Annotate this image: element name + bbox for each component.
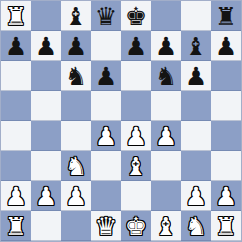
square-e5[interactable]	[121, 91, 151, 121]
square-a1[interactable]: ♜	[1, 211, 31, 241]
piece-white-bishop: ♝	[125, 154, 147, 179]
square-c1[interactable]	[61, 211, 91, 241]
square-e1[interactable]: ♚	[121, 211, 151, 241]
piece-white-knight: ♞	[65, 154, 87, 179]
square-c7[interactable]: ♟	[61, 31, 91, 61]
square-a5[interactable]	[1, 91, 31, 121]
piece-black-pawn: ♟	[185, 64, 207, 89]
piece-white-pawn: ♟	[5, 184, 27, 209]
square-e2[interactable]	[121, 181, 151, 211]
square-f5[interactable]	[151, 91, 181, 121]
square-b5[interactable]	[31, 91, 61, 121]
piece-white-rook: ♜	[215, 214, 237, 239]
square-b8[interactable]	[31, 1, 61, 31]
square-g7[interactable]: ♝	[181, 31, 211, 61]
piece-black-bishop: ♝	[185, 34, 207, 59]
piece-black-knight: ♞	[65, 64, 87, 89]
square-h8[interactable]: ♜	[211, 1, 241, 31]
square-b2[interactable]: ♟	[31, 181, 61, 211]
square-f2[interactable]	[151, 181, 181, 211]
square-g6[interactable]: ♟	[181, 61, 211, 91]
square-c2[interactable]: ♟	[61, 181, 91, 211]
square-b1[interactable]	[31, 211, 61, 241]
square-d7[interactable]	[91, 31, 121, 61]
square-g3[interactable]	[181, 151, 211, 181]
piece-black-pawn: ♟	[5, 34, 27, 59]
piece-white-pawn: ♟	[155, 124, 177, 149]
piece-black-pawn: ♟	[215, 34, 237, 59]
piece-black-king: ♚	[125, 4, 147, 29]
square-h5[interactable]	[211, 91, 241, 121]
square-d6[interactable]: ♟	[91, 61, 121, 91]
square-b4[interactable]	[31, 121, 61, 151]
square-g8[interactable]	[181, 1, 211, 31]
square-h7[interactable]: ♟	[211, 31, 241, 61]
square-e7[interactable]: ♟	[121, 31, 151, 61]
piece-black-pawn: ♟	[95, 64, 117, 89]
piece-black-pawn: ♟	[125, 34, 147, 59]
square-b6[interactable]	[31, 61, 61, 91]
chess-board: ♜♝♛♚♜♟♟♟♟♟♝♟♞♟♞♟♟♟♟♞♝♟♟♟♟♟♜♛♚♝♞♜	[0, 0, 242, 242]
square-f3[interactable]	[151, 151, 181, 181]
piece-white-pawn: ♟	[65, 184, 87, 209]
square-f8[interactable]	[151, 1, 181, 31]
square-a2[interactable]: ♟	[1, 181, 31, 211]
piece-white-queen: ♛	[95, 214, 117, 239]
piece-white-pawn: ♟	[95, 124, 117, 149]
square-a4[interactable]	[1, 121, 31, 151]
piece-white-pawn: ♟	[215, 184, 237, 209]
square-h1[interactable]: ♜	[211, 211, 241, 241]
square-d4[interactable]: ♟	[91, 121, 121, 151]
square-e3[interactable]: ♝	[121, 151, 151, 181]
square-d2[interactable]	[91, 181, 121, 211]
square-c8[interactable]: ♝	[61, 1, 91, 31]
square-c4[interactable]	[61, 121, 91, 151]
square-g4[interactable]	[181, 121, 211, 151]
square-b7[interactable]: ♟	[31, 31, 61, 61]
square-d1[interactable]: ♛	[91, 211, 121, 241]
piece-white-rook: ♜	[5, 214, 27, 239]
square-e4[interactable]: ♟	[121, 121, 151, 151]
square-d5[interactable]	[91, 91, 121, 121]
square-a3[interactable]	[1, 151, 31, 181]
piece-white-king: ♚	[125, 214, 147, 239]
piece-black-rook: ♜	[215, 4, 237, 29]
square-f1[interactable]: ♝	[151, 211, 181, 241]
chess-board-wrap: ♜♝♛♚♜♟♟♟♟♟♝♟♞♟♞♟♟♟♟♞♝♟♟♟♟♟♜♛♚♝♞♜	[0, 0, 242, 242]
square-c6[interactable]: ♞	[61, 61, 91, 91]
square-d8[interactable]: ♛	[91, 1, 121, 31]
square-a8[interactable]: ♜	[1, 1, 31, 31]
square-c5[interactable]	[61, 91, 91, 121]
square-e6[interactable]	[121, 61, 151, 91]
square-h2[interactable]: ♟	[211, 181, 241, 211]
square-h6[interactable]	[211, 61, 241, 91]
square-a6[interactable]	[1, 61, 31, 91]
square-a7[interactable]: ♟	[1, 31, 31, 61]
piece-white-knight: ♞	[185, 214, 207, 239]
square-g1[interactable]: ♞	[181, 211, 211, 241]
piece-white-pawn: ♟	[185, 184, 207, 209]
piece-white-rook: ♜	[5, 4, 27, 29]
square-h3[interactable]	[211, 151, 241, 181]
piece-white-pawn: ♟	[35, 184, 57, 209]
square-f6[interactable]: ♞	[151, 61, 181, 91]
piece-black-knight: ♞	[155, 64, 177, 89]
piece-black-pawn: ♟	[155, 34, 177, 59]
square-e8[interactable]: ♚	[121, 1, 151, 31]
square-d3[interactable]	[91, 151, 121, 181]
piece-black-pawn: ♟	[35, 34, 57, 59]
piece-white-bishop: ♝	[155, 214, 177, 239]
square-b3[interactable]	[31, 151, 61, 181]
piece-black-queen: ♛	[95, 4, 117, 29]
piece-black-bishop: ♝	[65, 4, 87, 29]
piece-black-pawn: ♟	[65, 34, 87, 59]
square-h4[interactable]	[211, 121, 241, 151]
square-f7[interactable]: ♟	[151, 31, 181, 61]
square-c3[interactable]: ♞	[61, 151, 91, 181]
square-g2[interactable]: ♟	[181, 181, 211, 211]
square-f4[interactable]: ♟	[151, 121, 181, 151]
square-g5[interactable]	[181, 91, 211, 121]
piece-white-pawn: ♟	[125, 124, 147, 149]
